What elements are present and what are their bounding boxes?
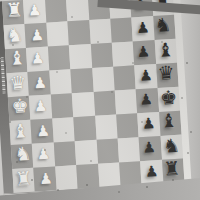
black-pawn: ♟ [142, 116, 156, 132]
square-e2: ♟ [29, 95, 52, 120]
square-d2: ♟ [28, 71, 51, 96]
square-g5 [96, 139, 119, 164]
square-c7: ♟ [133, 40, 156, 65]
square-a3 [45, 0, 68, 23]
photo-chess-scene: ♜♟♟♜♞♟♟♞♝♟♟♝♛♟♟♛♚♟♟♚♝♟♟♝♞♟♟♞♜♟♟♜ [0, 0, 200, 200]
square-c2: ♟ [26, 47, 49, 72]
black-king: ♚ [159, 88, 177, 108]
square-e7: ♟ [136, 88, 159, 113]
square-g7: ♟ [139, 136, 162, 161]
square-d5 [92, 67, 115, 92]
square-h3 [55, 165, 78, 190]
white-rook: ♜ [15, 169, 33, 189]
square-b7: ♟ [132, 16, 155, 41]
square-c4 [69, 44, 92, 69]
black-rook: ♜ [163, 159, 181, 179]
square-c6 [112, 41, 135, 66]
white-pawn: ♟ [36, 147, 50, 163]
white-pawn: ♟ [28, 3, 42, 19]
white-pawn: ♟ [39, 172, 53, 188]
white-pawn: ♟ [30, 28, 44, 44]
white-bishop: ♝ [12, 121, 30, 141]
square-a2: ♟ [23, 0, 46, 24]
square-g6 [118, 137, 141, 162]
white-king: ♚ [11, 96, 29, 116]
square-f4 [73, 116, 96, 141]
square-c1: ♝ [5, 48, 28, 73]
square-a1: ♜ [2, 0, 25, 25]
board-squares: ♜♟♟♜♞♟♟♞♝♟♟♝♛♟♟♛♚♟♟♚♝♟♟♝♞♟♟♞♜♟♟♜ [2, 0, 184, 193]
square-f7: ♟ [137, 112, 160, 137]
square-h5 [98, 162, 121, 187]
white-rook: ♜ [5, 0, 23, 20]
square-f3 [52, 117, 75, 142]
white-pawn: ♟ [33, 76, 47, 92]
black-bishop: ♝ [157, 40, 175, 60]
square-f8: ♝ [159, 111, 182, 136]
square-b3 [46, 21, 69, 46]
square-b8: ♞ [153, 15, 176, 40]
white-knight: ♞ [6, 25, 24, 45]
square-e5 [93, 91, 116, 116]
square-b2: ♟ [25, 23, 48, 48]
square-g4 [75, 140, 98, 165]
square-d7: ♟ [134, 64, 157, 89]
square-c3 [48, 45, 71, 70]
square-d3 [49, 69, 72, 94]
square-g2: ♟ [32, 142, 55, 167]
square-f5 [95, 115, 118, 140]
black-knight: ♞ [154, 15, 172, 35]
square-e1: ♚ [8, 96, 31, 121]
black-pawn: ♟ [139, 92, 153, 108]
chess-board: ♜♟♟♜♞♟♟♞♝♟♟♝♛♟♟♛♚♟♟♚♝♟♟♝♞♟♟♞♜♟♟♜ [0, 0, 192, 200]
white-pawn: ♟ [33, 99, 47, 115]
white-pawn: ♟ [36, 124, 50, 140]
square-e4 [72, 92, 95, 117]
square-h1: ♜ [12, 168, 35, 193]
square-d4 [70, 68, 93, 93]
black-pawn: ♟ [145, 164, 159, 180]
black-bishop: ♝ [160, 111, 178, 131]
white-knight: ♞ [14, 144, 32, 164]
black-pawn: ♟ [142, 140, 156, 156]
square-d6 [113, 65, 136, 90]
white-queen: ♛ [9, 73, 27, 93]
square-e6 [115, 89, 138, 114]
square-g3 [54, 141, 77, 166]
square-b4 [68, 20, 91, 45]
square-g1: ♞ [11, 144, 34, 169]
square-c5 [90, 43, 113, 68]
black-queen: ♛ [157, 63, 175, 83]
square-d8: ♛ [156, 63, 179, 88]
square-f6 [116, 113, 139, 138]
black-pawn: ♟ [136, 20, 150, 36]
square-h4 [76, 164, 99, 189]
square-b5 [89, 19, 112, 44]
white-pawn: ♟ [31, 51, 45, 67]
square-h2: ♟ [34, 166, 57, 191]
square-a4 [66, 0, 89, 21]
square-b6 [110, 17, 133, 42]
black-knight: ♞ [162, 136, 180, 156]
square-f2: ♟ [31, 118, 54, 143]
white-bishop: ♝ [8, 48, 26, 68]
black-pawn: ♟ [139, 68, 153, 84]
black-pawn: ♟ [136, 44, 150, 60]
square-e3 [51, 93, 74, 118]
